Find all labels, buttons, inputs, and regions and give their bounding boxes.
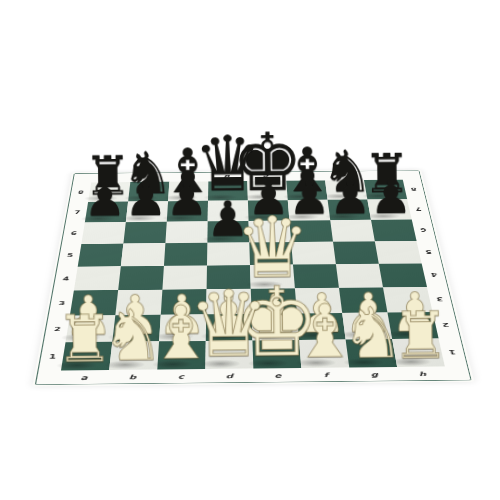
file-label-bottom-h: h bbox=[397, 367, 448, 381]
square-b6[interactable] bbox=[123, 222, 166, 244]
square-a6[interactable] bbox=[81, 222, 125, 244]
file-label-bottom-c: c bbox=[156, 370, 205, 384]
piece-white-rook-a1[interactable]: ♜ bbox=[16, 306, 154, 372]
square-c5[interactable] bbox=[164, 243, 207, 266]
file-label-top-c: c bbox=[169, 173, 208, 182]
file-label-top-e: e bbox=[247, 172, 286, 181]
rank-label-left-6: 6 bbox=[65, 222, 83, 244]
file-label-bottom-f: f bbox=[301, 368, 351, 382]
rank-label-right-6: 6 bbox=[414, 219, 433, 241]
square-h1[interactable]: ♜ bbox=[392, 339, 445, 367]
rank-label-left-5: 5 bbox=[61, 244, 80, 267]
file-label-top-d: d bbox=[208, 172, 247, 181]
file-label-top-h: h bbox=[362, 171, 402, 180]
square-h5[interactable] bbox=[375, 241, 422, 264]
square-a5[interactable] bbox=[78, 244, 124, 267]
file-label-top-g: g bbox=[324, 171, 364, 180]
square-h6[interactable] bbox=[371, 219, 417, 241]
square-b5[interactable] bbox=[121, 243, 166, 266]
file-label-bottom-g: g bbox=[349, 368, 399, 382]
square-a1[interactable]: ♜ bbox=[61, 342, 112, 371]
rank-label-right-5: 5 bbox=[419, 241, 439, 264]
chess-board-grid: ♜♞♝♛♚♝♞♜♟♟♟♟♟♟♟♟♛♟♟♟♟♟♟♟♟♜♞♝♛♚♝♞♜ bbox=[61, 180, 445, 371]
file-label-top-b: b bbox=[130, 173, 170, 182]
file-label-bottom-b: b bbox=[108, 370, 158, 384]
file-label-top-a: a bbox=[91, 173, 131, 182]
file-label-bottom-a: a bbox=[59, 371, 109, 385]
piece-white-rook-h1[interactable]: ♜ bbox=[352, 303, 489, 369]
square-g6[interactable] bbox=[330, 220, 375, 242]
square-h7[interactable]: ♟ bbox=[367, 199, 411, 220]
file-label-bottom-d: d bbox=[205, 369, 254, 383]
file-label-bottom-e: e bbox=[253, 369, 302, 383]
vinyl-board-mat: 87654321 87654321 abcdefgh abcdefgh ♜♞♝♛… bbox=[32, 170, 474, 387]
file-label-top-f: f bbox=[285, 172, 325, 181]
square-g5[interactable] bbox=[333, 241, 379, 264]
board-photo-scene: 87654321 87654321 abcdefgh abcdefgh ♜♞♝♛… bbox=[0, 0, 500, 500]
piece-black-pawn-h7[interactable]: ♟ bbox=[333, 173, 450, 221]
